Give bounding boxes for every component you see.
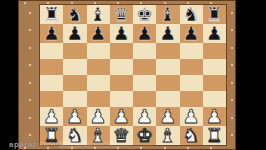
square-g1[interactable]: ♞	[180, 126, 203, 145]
square-h7[interactable]: ♟	[203, 24, 226, 43]
piece-black-pawn[interactable]: ♟	[159, 24, 176, 43]
piece-white-bishop[interactable]: ♝	[159, 126, 176, 145]
frame-dot	[231, 99, 233, 101]
frame-dot	[29, 99, 31, 101]
square-f1[interactable]: ♝	[156, 126, 179, 145]
frame-dot	[231, 117, 233, 119]
square-d4[interactable]	[110, 75, 133, 91]
square-c6[interactable]	[87, 43, 110, 59]
square-f4[interactable]	[156, 75, 179, 91]
watermark-site-text: aparat	[9, 140, 37, 149]
piece-white-knight[interactable]: ♞	[183, 126, 200, 145]
frame-dot	[29, 82, 31, 84]
square-f7[interactable]: ♟	[156, 24, 179, 43]
piece-black-pawn[interactable]: ♟	[90, 24, 107, 43]
square-f6[interactable]	[156, 43, 179, 59]
square-h5[interactable]	[203, 59, 226, 75]
frame-dot	[231, 134, 233, 136]
video-frame: ♜♞♝♛♚♝♞♜♟♟♟♟♟♟♟♟♟♟♟♟♟♟♟♟♜♞♝♛♚♝♞♜ aparat …	[0, 0, 266, 150]
square-g4[interactable]	[180, 75, 203, 91]
square-a5[interactable]	[40, 59, 63, 75]
frame-dot	[29, 12, 31, 14]
square-e7[interactable]: ♟	[133, 24, 156, 43]
frame-dot	[231, 82, 233, 84]
piece-black-pawn[interactable]: ♟	[183, 24, 200, 43]
piece-black-pawn[interactable]: ♟	[43, 24, 60, 43]
frame-dot	[231, 47, 233, 49]
square-c7[interactable]: ♟	[87, 24, 110, 43]
square-b4[interactable]	[63, 75, 86, 91]
square-a4[interactable]	[40, 75, 63, 91]
square-c4[interactable]	[87, 75, 110, 91]
piece-white-rook[interactable]: ♜	[206, 126, 223, 145]
frame-dot	[187, 147, 189, 149]
square-h4[interactable]	[203, 75, 226, 91]
square-g5[interactable]	[180, 59, 203, 75]
square-b5[interactable]	[63, 59, 86, 75]
piece-black-pawn[interactable]: ♟	[136, 24, 153, 43]
board-squares: ♜♞♝♛♚♝♞♜♟♟♟♟♟♟♟♟♟♟♟♟♟♟♟♟♜♞♝♛♚♝♞♜	[39, 4, 227, 146]
watermark-overlay-text: com/	[39, 139, 58, 148]
frame-dot	[29, 117, 31, 119]
frame-dot	[231, 12, 233, 14]
frame-dot	[210, 147, 212, 149]
square-a7[interactable]: ♟	[40, 24, 63, 43]
square-a6[interactable]	[40, 43, 63, 59]
frame-dot	[24, 2, 26, 4]
square-d6[interactable]	[110, 43, 133, 59]
square-h1[interactable]: ♜	[203, 126, 226, 145]
square-f5[interactable]	[156, 59, 179, 75]
frame-dot	[231, 29, 233, 31]
square-d5[interactable]	[110, 59, 133, 75]
square-b7[interactable]: ♟	[63, 24, 86, 43]
piece-black-pawn[interactable]: ♟	[206, 24, 223, 43]
watermark-smear	[58, 141, 153, 148]
square-g6[interactable]	[180, 43, 203, 59]
frame-dot	[29, 47, 31, 49]
square-c5[interactable]	[87, 59, 110, 75]
square-d7[interactable]: ♟	[110, 24, 133, 43]
piece-black-pawn[interactable]: ♟	[66, 24, 83, 43]
frame-dot	[29, 29, 31, 31]
square-b6[interactable]	[63, 43, 86, 59]
square-h6[interactable]	[203, 43, 226, 59]
frame-dot	[231, 64, 233, 66]
square-e5[interactable]	[133, 59, 156, 75]
piece-black-pawn[interactable]: ♟	[113, 24, 130, 43]
square-e4[interactable]	[133, 75, 156, 91]
square-e6[interactable]	[133, 43, 156, 59]
frame-dot	[164, 147, 166, 149]
frame-dot	[29, 134, 31, 136]
square-g7[interactable]: ♟	[180, 24, 203, 43]
frame-dot	[29, 64, 31, 66]
